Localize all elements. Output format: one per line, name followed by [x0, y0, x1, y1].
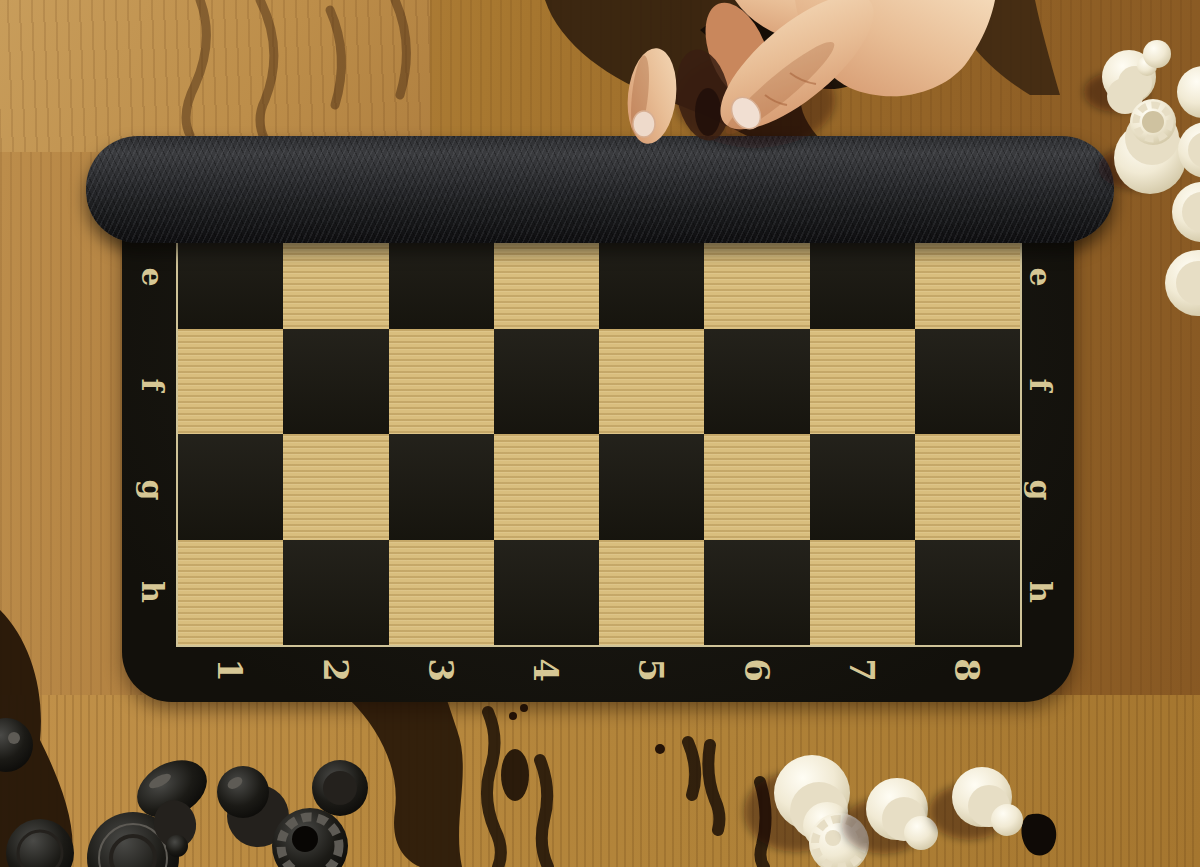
hand-back — [795, 0, 995, 96]
thumb-nail — [633, 111, 655, 137]
square-f8 — [915, 329, 1020, 435]
coord-left-g: g — [137, 480, 167, 501]
square-f2 — [283, 329, 388, 435]
coord-right-g: g — [1025, 480, 1055, 501]
board-squares — [176, 221, 1022, 647]
coord-bottom-3: 3 — [424, 658, 458, 682]
square-g5 — [599, 434, 704, 540]
wood-grain-topleft — [0, 0, 430, 152]
square-h2 — [283, 540, 388, 646]
white-pawn-top-right — [1084, 40, 1171, 112]
square-f7 — [810, 329, 915, 435]
square-g7 — [810, 434, 915, 540]
white-piece-edge-4 — [1165, 250, 1200, 316]
square-h3 — [389, 540, 494, 646]
coord-bottom-5: 5 — [634, 658, 668, 682]
coord-left-h: h — [137, 581, 167, 603]
square-h7 — [810, 540, 915, 646]
coord-left-e: e — [137, 267, 167, 286]
index-finger — [700, 0, 893, 151]
square-g3 — [389, 434, 494, 540]
coord-bottom-6: 6 — [740, 658, 774, 682]
coord-bottom-2: 2 — [319, 658, 353, 682]
photo-scene: efghefgh12345678 — [0, 0, 1200, 867]
coord-bottom-7: 7 — [845, 658, 879, 682]
square-f3 — [389, 329, 494, 435]
knuckle-crease — [765, 95, 787, 105]
coord-bottom-8: 8 — [950, 658, 984, 682]
square-h1 — [178, 540, 283, 646]
square-g1 — [178, 434, 283, 540]
wood-grain-bottom — [0, 695, 1200, 867]
thumb-shading — [628, 54, 652, 135]
coord-right-f: f — [1025, 379, 1055, 392]
square-g4 — [494, 434, 599, 540]
coord-right-h: h — [1025, 581, 1055, 603]
square-h4 — [494, 540, 599, 646]
index-fingernail — [726, 92, 767, 135]
square-g6 — [704, 434, 809, 540]
finger-gap-shadow-deep — [695, 88, 721, 136]
knuckle-crease — [790, 73, 816, 84]
square-h5 — [599, 540, 704, 646]
square-f5 — [599, 329, 704, 435]
square-h6 — [704, 540, 809, 646]
folded-fingers — [735, 0, 968, 48]
thumb — [623, 46, 681, 146]
white-piece-edge-3 — [1172, 182, 1200, 242]
hand — [623, 0, 995, 151]
square-f6 — [704, 329, 809, 435]
coord-right-e: e — [1025, 267, 1055, 286]
rolled-mat-cylinder — [86, 136, 1114, 243]
square-g2 — [283, 434, 388, 540]
square-g8 — [915, 434, 1020, 540]
coord-bottom-1: 1 — [213, 658, 247, 682]
hand-shadow — [675, 52, 835, 148]
white-piece-edge-1 — [1177, 66, 1200, 118]
finger-gap-shadow — [669, 45, 736, 145]
middle-finger — [693, 0, 784, 111]
index-finger-shading — [718, 33, 842, 143]
square-h8 — [915, 540, 1020, 646]
square-f4 — [494, 329, 599, 435]
coord-bottom-4: 4 — [529, 658, 563, 682]
square-f1 — [178, 329, 283, 435]
white-piece-edge-2 — [1178, 122, 1200, 178]
coord-left-f: f — [137, 379, 167, 392]
